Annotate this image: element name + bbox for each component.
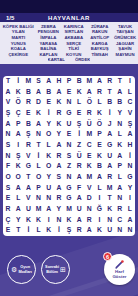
letter-cell[interactable]: L [94, 183, 104, 194]
letter-cell[interactable]: Ö [94, 119, 104, 130]
letter-grid[interactable]: TİMSAHPBMARTIAKBABAEKARTALVÖRDEKNLÖLBBCŞ… [3, 76, 135, 236]
letter-cell[interactable]: K [94, 108, 104, 119]
letter-cell[interactable]: B [115, 97, 125, 108]
letter-cell[interactable]: A [23, 183, 33, 194]
letter-cell[interactable]: R [105, 172, 115, 183]
letter-cell[interactable]: Ş [3, 108, 13, 119]
letter-cell[interactable]: K [105, 204, 115, 215]
letter-cell[interactable]: L [94, 97, 104, 108]
letter-cell[interactable]: E [3, 225, 13, 236]
letter-cell[interactable]: A [54, 183, 64, 194]
letter-cell[interactable]: V [125, 108, 135, 119]
letter-cell[interactable]: N [3, 129, 13, 140]
word-item: ÖRDEK [75, 57, 91, 62]
letter-cell[interactable]: A [13, 183, 23, 194]
letter-cell[interactable]: L [115, 129, 125, 140]
letter-cell[interactable]: R [94, 87, 104, 98]
letter-cell[interactable]: B [23, 87, 33, 98]
letter-cell[interactable]: K [44, 225, 54, 236]
letter-cell[interactable]: K [44, 151, 54, 162]
letter-cell[interactable]: N [115, 225, 125, 236]
word-item: KARTAL [48, 57, 65, 62]
letter-cell[interactable]: K [94, 225, 104, 236]
letter-cell[interactable]: I [44, 215, 54, 226]
word-item: SERÇE [60, 41, 87, 46]
letter-cell[interactable]: O [44, 129, 54, 140]
word-item: PENGUEN [37, 29, 61, 34]
letter-cell[interactable]: Ş [74, 119, 84, 130]
letter-cell[interactable]: K [33, 108, 43, 119]
letter-cell[interactable]: U [44, 183, 54, 194]
letter-cell[interactable]: M [84, 76, 94, 87]
next-level-label: Bölüm [46, 270, 58, 274]
letter-cell[interactable]: İ [125, 151, 135, 162]
letter-cell[interactable]: A [84, 225, 94, 236]
letter-cell[interactable]: U [74, 204, 84, 215]
letter-cell[interactable]: S [54, 172, 64, 183]
letter-cell[interactable]: J [105, 119, 115, 130]
letter-cell[interactable]: Ç [3, 215, 13, 226]
letter-cell[interactable]: M [84, 172, 94, 183]
letter-cell[interactable]: N [84, 204, 94, 215]
letter-cell[interactable]: B [44, 87, 54, 98]
letter-cell[interactable]: A [105, 161, 115, 172]
letter-cell[interactable]: V [23, 193, 33, 204]
letter-cell[interactable]: G [125, 172, 135, 183]
letter-cell[interactable]: L [13, 193, 23, 204]
letter-cell[interactable]: G [64, 193, 74, 204]
word-row: YUNUSYARASASERÇEKARGAJAGUAR [0, 41, 138, 46]
letter-cell[interactable]: Ş [13, 151, 23, 162]
word-row: KOALABALİNATİLKİBAYKUŞŞAHİN [0, 46, 138, 51]
word-item: TİMSAH [87, 52, 112, 57]
word-item: TİLKİ [60, 46, 87, 51]
word-item: KOALA [0, 46, 37, 51]
letter-cell[interactable]: N [64, 140, 74, 151]
word-item: YILAN [0, 29, 37, 34]
letter-cell[interactable]: T [13, 225, 23, 236]
letter-cell[interactable]: A [105, 129, 115, 140]
word-item: BALİNA [37, 46, 61, 51]
letter-cell[interactable]: R [74, 161, 84, 172]
word-item: JAGUAR [112, 41, 138, 46]
letter-cell[interactable]: M [23, 76, 33, 87]
word-item: ÇEKİRGE [0, 52, 37, 57]
letter-cell[interactable]: B [94, 161, 104, 172]
letter-cell[interactable]: L [115, 172, 125, 183]
word-row: KARTALÖRDEK [0, 57, 138, 62]
letter-cell[interactable]: A [13, 129, 23, 140]
letter-cell[interactable]: O [13, 172, 23, 183]
letter-cell[interactable]: A [13, 204, 23, 215]
letter-cell[interactable]: V [23, 151, 33, 162]
letter-cell[interactable]: A [33, 119, 43, 130]
letter-cell[interactable]: M [105, 183, 115, 194]
letter-cell[interactable]: L [33, 225, 43, 236]
word-item: AKBABA [60, 35, 87, 40]
word-item: KARINCA [60, 24, 87, 29]
letter-cell[interactable]: L [44, 140, 54, 151]
letter-cell[interactable]: A [125, 129, 135, 140]
letter-cell[interactable]: C [115, 215, 125, 226]
letter-cell[interactable]: A [3, 119, 13, 130]
gear-icon: ⚙ [11, 266, 17, 273]
letter-cell[interactable]: Z [64, 161, 74, 172]
letter-cell[interactable]: Ş [23, 129, 33, 140]
app-screen: 1/5 HAYVANLAR KÖPEK BALIĞIZEBRAKARINCAZÜ… [0, 0, 138, 296]
letter-cell[interactable]: Y [54, 204, 64, 215]
letter-cell[interactable]: E [94, 140, 104, 151]
letter-cell[interactable]: N [105, 215, 115, 226]
letter-cell[interactable]: N [125, 161, 135, 172]
letter-cell[interactable]: Z [74, 140, 84, 151]
word-item: KARGA [87, 41, 112, 46]
letter-cell[interactable]: L [125, 87, 135, 98]
letter-cell[interactable]: A [115, 87, 125, 98]
letter-cell[interactable]: Y [54, 129, 64, 140]
letter-cell[interactable]: U [105, 225, 115, 236]
letter-cell[interactable]: N [54, 215, 64, 226]
letter-cell[interactable]: N [33, 193, 43, 204]
letter-cell[interactable]: Ü [84, 119, 94, 130]
word-item: MARTI [0, 35, 37, 40]
letter-cell[interactable]: I [94, 215, 104, 226]
letter-cell[interactable]: R [54, 151, 64, 162]
letter-cell[interactable]: N [125, 225, 135, 236]
letter-cell[interactable]: H [54, 76, 64, 87]
letter-cell[interactable]: F [3, 161, 13, 172]
letter-cell[interactable]: İ [23, 225, 33, 236]
letter-cell[interactable]: P [115, 161, 125, 172]
letter-cell[interactable]: İ [74, 129, 84, 140]
letter-cell[interactable]: N [44, 193, 54, 204]
letter-cell[interactable]: D [84, 193, 94, 204]
word-item: TAVŞAN [112, 29, 138, 34]
letter-cell[interactable]: İ [44, 108, 54, 119]
letter-cell[interactable]: O [44, 161, 54, 172]
word-item: BAYKUŞ [87, 46, 112, 51]
letter-cell[interactable]: H [125, 140, 135, 151]
letter-cell[interactable]: T [115, 76, 125, 87]
letter-cell[interactable]: A [84, 87, 94, 98]
letter-cell[interactable]: İ [13, 76, 23, 87]
letter-cell[interactable]: E [84, 151, 94, 162]
word-item: SIRTLAN [60, 29, 87, 34]
letter-cell[interactable]: G [64, 183, 74, 194]
letter-cell[interactable]: P [13, 119, 23, 130]
letter-cell[interactable]: Y [44, 172, 54, 183]
letter-cell[interactable]: E [64, 129, 74, 140]
letter-cell[interactable]: I [13, 140, 23, 151]
letter-cell[interactable]: İ [54, 225, 64, 236]
letter-cell[interactable]: R [54, 193, 64, 204]
letter-cell[interactable]: A [74, 215, 84, 226]
letter-cell[interactable]: N [64, 172, 74, 183]
letter-cell[interactable]: T [105, 193, 115, 204]
hint-button[interactable]: 6 Harf Göster [104, 254, 135, 285]
word-row: YILANPENGUENSIRTLANRAKUNTAVŞAN [0, 29, 138, 34]
letter-cell[interactable]: N [33, 129, 43, 140]
letter-cell[interactable]: A [54, 140, 64, 151]
letter-cell[interactable]: C [125, 97, 135, 108]
letter-cell[interactable]: E [74, 108, 84, 119]
word-item: KAPLAN [37, 52, 61, 57]
letter-cell[interactable]: R [84, 108, 94, 119]
word-item: ÖRÜMCEK [112, 35, 138, 40]
word-item: YUNUS [0, 41, 37, 46]
letter-cell[interactable]: A [33, 87, 43, 98]
letter-cell[interactable]: B [105, 97, 115, 108]
letter-cell[interactable]: R [3, 204, 13, 215]
word-list: KÖPEK BALIĞIZEBRAKARINCAZÜRAFATAVUKYILAN… [0, 22, 138, 64]
letter-cell[interactable]: G [23, 161, 33, 172]
letter-cell[interactable]: R [23, 97, 33, 108]
word-item: RAKUN [87, 29, 112, 34]
letter-cell[interactable]: D [33, 97, 43, 108]
letter-cell[interactable]: S [33, 76, 43, 87]
letter-cell[interactable]: K [33, 215, 43, 226]
letter-cell[interactable]: T [33, 140, 43, 151]
hint-label: Harf Göster [112, 270, 126, 280]
letter-cell[interactable]: P [94, 129, 104, 140]
letter-cell[interactable]: Ş [64, 225, 74, 236]
letter-cell[interactable]: K [54, 97, 64, 108]
letter-cell[interactable]: M [33, 204, 43, 215]
letter-cell[interactable]: G [64, 108, 74, 119]
letter-cell[interactable]: T [3, 76, 13, 87]
letter-cell[interactable]: R [74, 225, 84, 236]
letter-cell[interactable]: Ö [84, 97, 94, 108]
letter-cell[interactable]: A [115, 151, 125, 162]
letter-cell[interactable]: K [64, 215, 74, 226]
game-modes-button[interactable]: ⚙ Oyun Modları [7, 255, 36, 284]
letter-cell[interactable]: N [3, 151, 13, 162]
word-item: YARASA [37, 41, 61, 46]
letter-cell[interactable]: U [23, 204, 33, 215]
letter-cell[interactable]: A [94, 172, 104, 183]
letter-cell[interactable]: E [64, 87, 74, 98]
game-modes-label: Modları [18, 270, 32, 274]
word-item: ZÜRAFA [87, 24, 112, 29]
letter-cell[interactable]: L [125, 204, 135, 215]
word-item: ANTİLOP [87, 35, 112, 40]
letter-cell[interactable]: I [125, 193, 135, 204]
next-level-button[interactable]: Sonraki Bölüm ⊞ [41, 255, 70, 284]
letter-cell[interactable]: F [74, 183, 84, 194]
letter-cell[interactable]: Y [13, 215, 23, 226]
letter-cell[interactable]: K [115, 140, 125, 151]
letter-cell[interactable]: B [23, 119, 33, 130]
letter-cell[interactable]: P [64, 76, 74, 87]
letter-cell[interactable]: İ [105, 108, 115, 119]
word-item: ŞAHİN [112, 46, 138, 51]
letter-cell[interactable]: P [33, 183, 43, 194]
letter-cell[interactable]: A [125, 215, 135, 226]
word-item: MAYMUN [112, 52, 138, 57]
letter-cell[interactable]: I [125, 76, 135, 87]
word-item: TAVUK [112, 24, 138, 29]
letter-cell[interactable]: R [23, 140, 33, 151]
letter-cell[interactable]: Y [115, 108, 125, 119]
letter-cell[interactable]: O [33, 172, 43, 183]
letter-cell[interactable]: K [13, 87, 23, 98]
word-item: KÖPEK BALIĞI [0, 24, 37, 29]
status-bar [0, 0, 138, 13]
letter-cell[interactable]: M [64, 204, 74, 215]
letter-cell[interactable]: V [84, 183, 94, 194]
letter-cell[interactable]: O [3, 172, 13, 183]
letter-cell[interactable]: K [94, 151, 104, 162]
letter-cell[interactable]: Ş [125, 119, 135, 130]
letter-cell[interactable]: N [115, 193, 125, 204]
letter-cell[interactable]: L [33, 161, 43, 172]
letter-cell[interactable]: N [64, 97, 74, 108]
letter-cell[interactable]: K [84, 161, 94, 172]
letter-cell[interactable]: Ö [13, 97, 23, 108]
word-item: ZEBRA [37, 24, 61, 29]
letter-cell[interactable]: A [3, 87, 13, 98]
word-row: MARTIİMPALAAKBABAANTİLOPÖRÜMCEK [0, 35, 138, 40]
word-row: KÖPEK BALIĞIZEBRAKARINCAZÜRAFATAVUK [0, 24, 138, 29]
letter-cell[interactable]: E [23, 108, 33, 119]
letter-cell[interactable]: T [105, 87, 115, 98]
letter-cell[interactable]: Ğ [94, 204, 104, 215]
letter-cell[interactable]: K [54, 119, 64, 130]
letter-cell[interactable]: R [54, 108, 64, 119]
letter-cell[interactable]: B [74, 76, 84, 87]
letter-cell[interactable]: A [115, 183, 125, 194]
letter-cell[interactable]: M [84, 129, 94, 140]
letter-cell[interactable]: K [74, 87, 84, 98]
letter-cell[interactable]: Ç [13, 108, 23, 119]
letter-cell[interactable]: Ü [74, 151, 84, 162]
word-row: ÇEKİRGEKAPLANKOYUNTİMSAHMAYMUN [0, 52, 138, 57]
category-title: HAYVANLAR [0, 15, 138, 21]
letter-cell[interactable]: A [94, 76, 104, 87]
letter-cell[interactable]: U [105, 151, 115, 162]
letter-cell[interactable]: L [74, 97, 84, 108]
word-item: KOYUN [60, 52, 87, 57]
letter-cell[interactable]: A [54, 161, 64, 172]
letter-cell[interactable]: T [23, 172, 33, 183]
letter-cell[interactable]: K [13, 161, 23, 172]
letter-cell[interactable]: R [115, 204, 125, 215]
level-progress: 1/5 [6, 15, 14, 21]
word-item: İMPALA [37, 35, 61, 40]
letter-cell[interactable]: R [105, 76, 115, 87]
letter-cell[interactable]: A [44, 76, 54, 87]
letter-cell[interactable]: E [44, 97, 54, 108]
letter-cell[interactable]: A [44, 204, 54, 215]
letter-cell[interactable]: S [3, 140, 13, 151]
letter-cell[interactable]: S [3, 183, 13, 194]
letter-cell[interactable]: I [94, 193, 104, 204]
header-bar: 1/5 HAYVANLAR [0, 13, 138, 22]
letter-cell[interactable]: R [84, 215, 94, 226]
letter-cell[interactable]: N [115, 119, 125, 130]
letter-cell[interactable]: G [105, 140, 115, 151]
letter-cell[interactable]: İ [33, 151, 43, 162]
letter-cell[interactable]: A [74, 193, 84, 204]
letter-cell[interactable]: Y [44, 119, 54, 130]
letter-cell[interactable]: U [64, 119, 74, 130]
letter-cell[interactable]: A [54, 87, 64, 98]
letter-cell[interactable]: A [74, 172, 84, 183]
hint-count-badge: 6 [103, 252, 112, 261]
letter-cell[interactable]: E [3, 193, 13, 204]
grid-icon: ⊞ [60, 266, 66, 273]
letter-cell[interactable]: Y [125, 183, 135, 194]
letter-cell[interactable]: V [3, 97, 13, 108]
pencil-icon [114, 259, 125, 270]
letter-cell[interactable]: C [84, 140, 94, 151]
letter-cell[interactable]: S [64, 151, 74, 162]
letter-cell[interactable]: K [23, 215, 33, 226]
